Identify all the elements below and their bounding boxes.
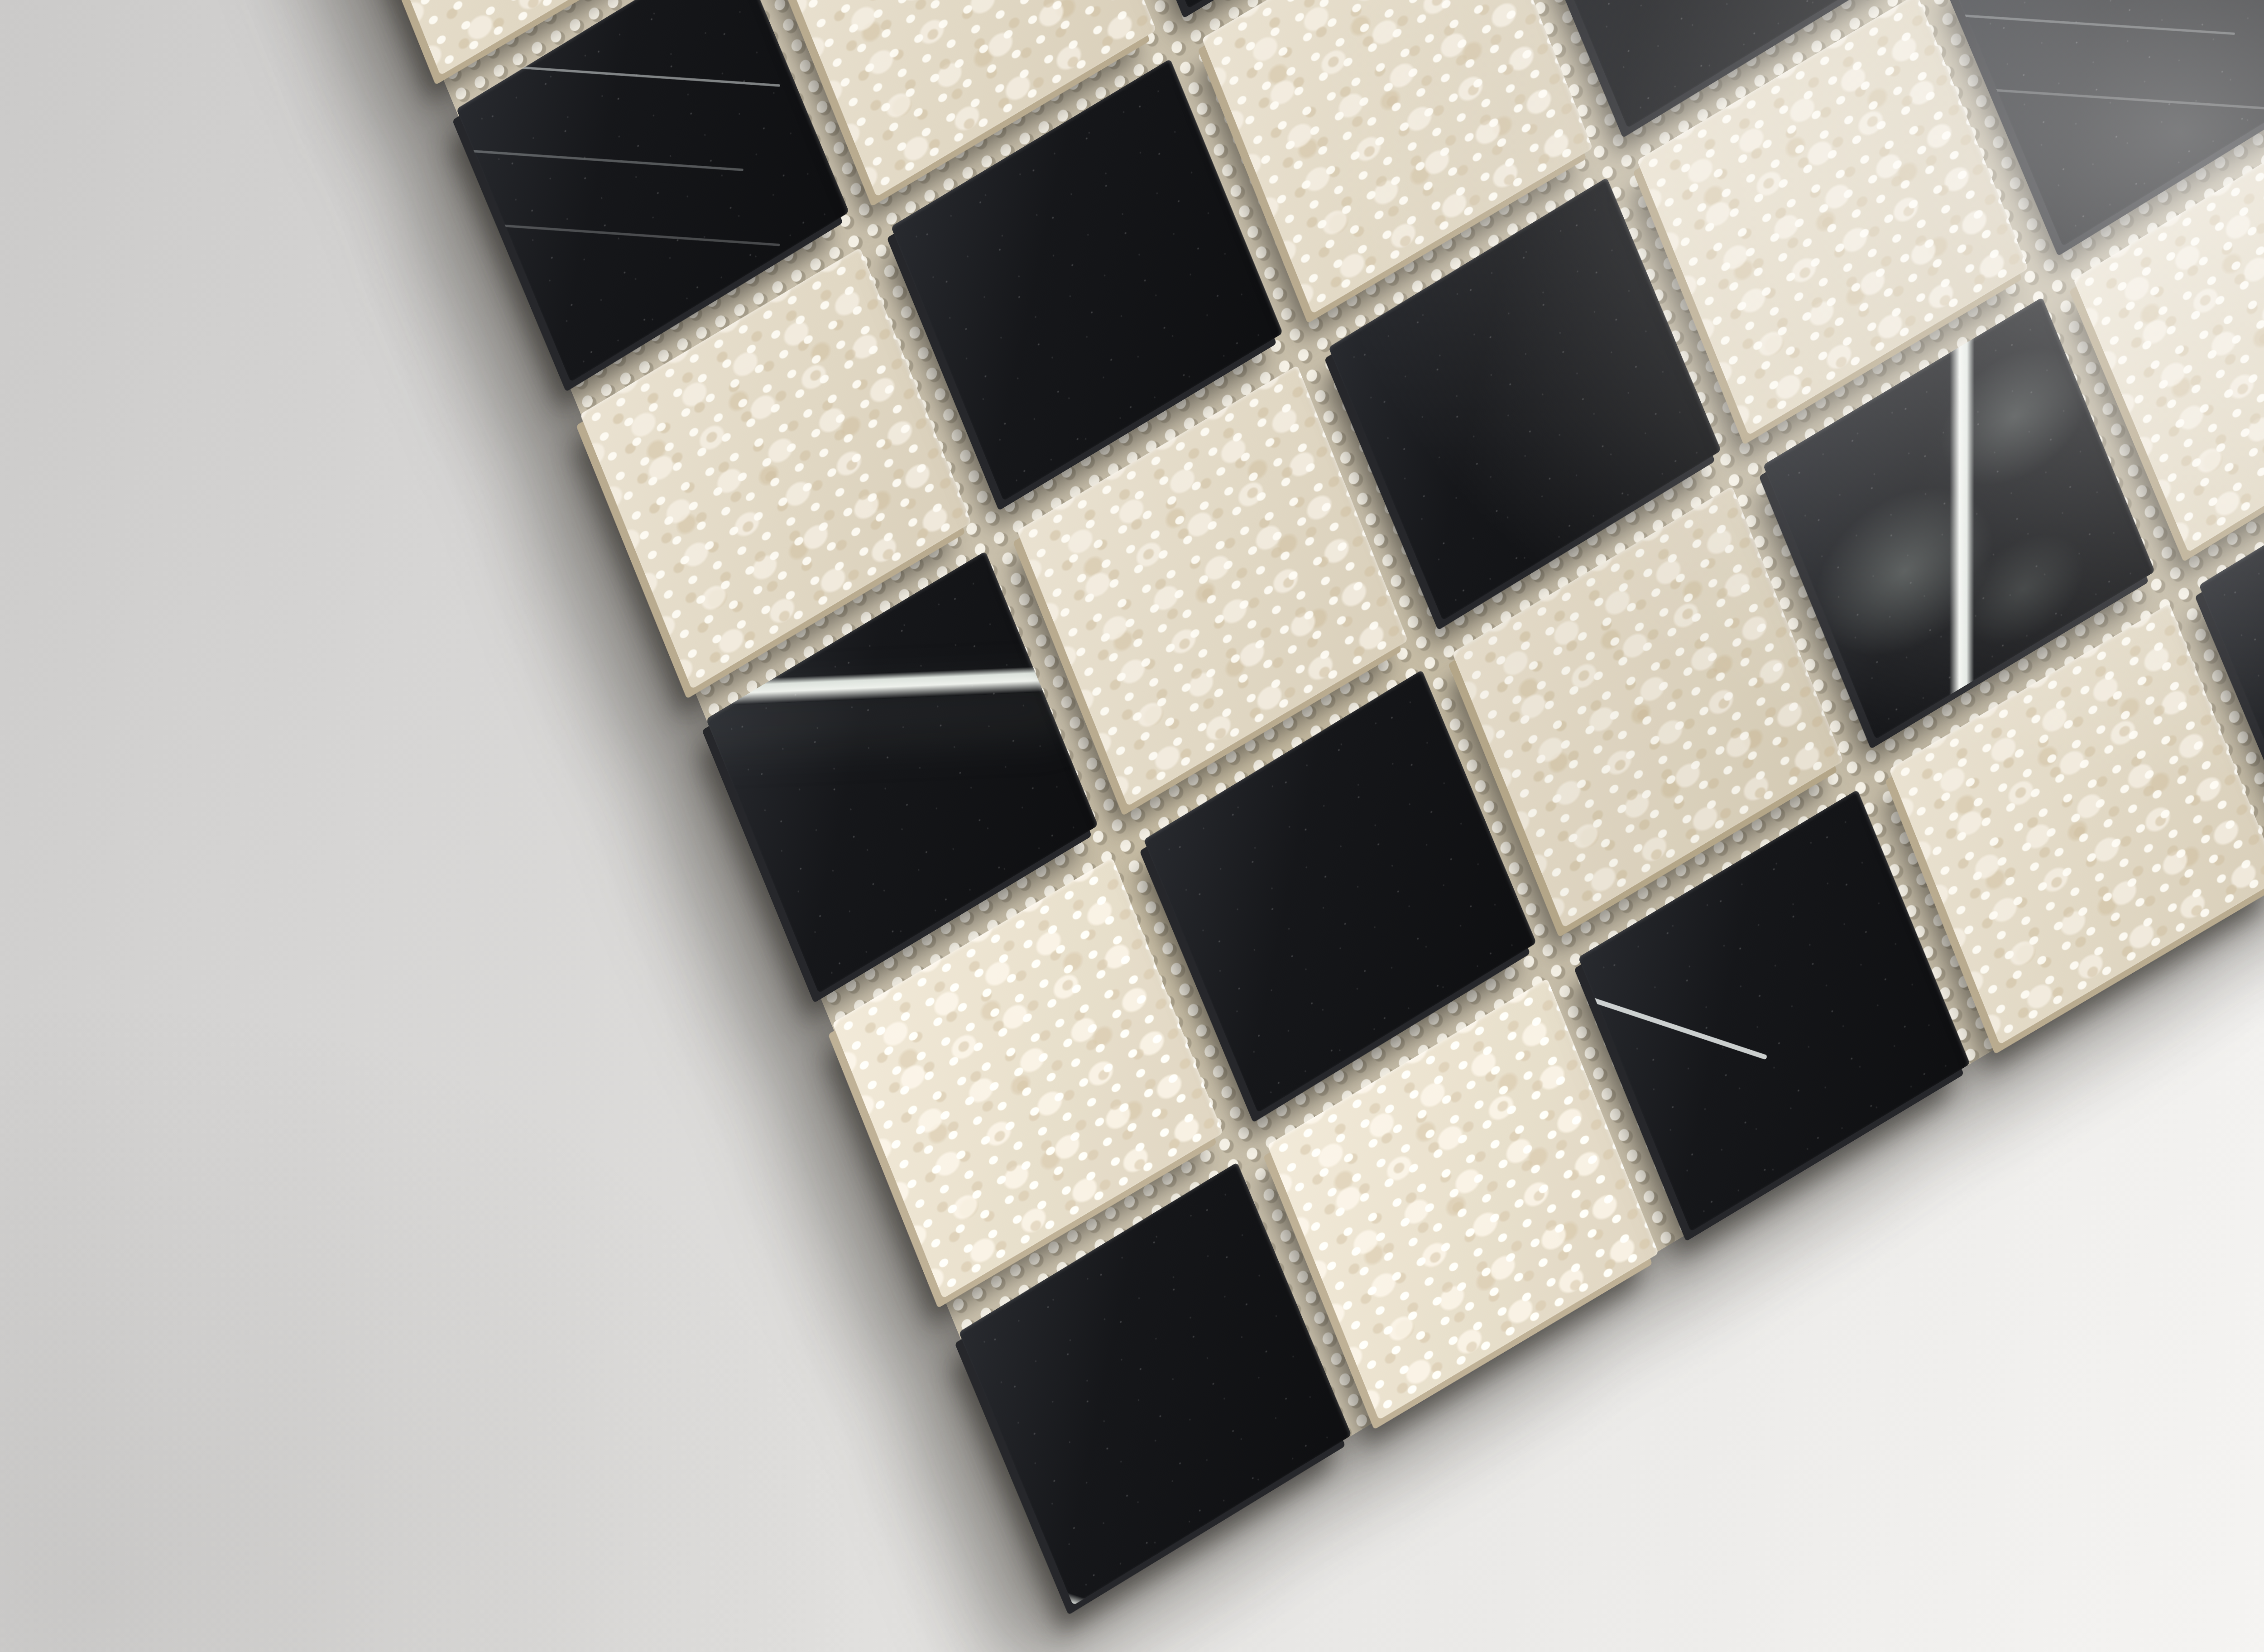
photo-background	[0, 0, 2264, 1652]
mosaic-sheet	[329, 0, 2264, 1605]
mosaic-board	[329, 0, 2264, 1605]
